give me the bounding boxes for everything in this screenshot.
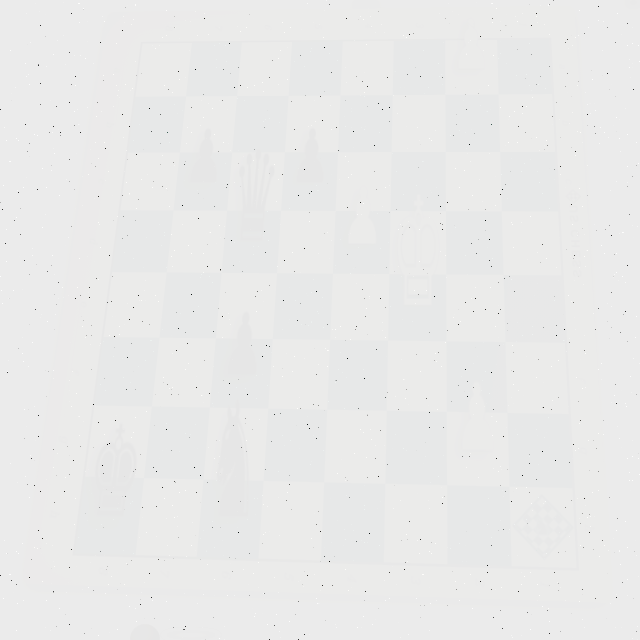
- square-h2: [447, 486, 512, 567]
- file-label-left-f: f: [69, 368, 82, 373]
- square-d5: [277, 211, 336, 274]
- playing-area-frame: ♞ ♟♛♟♟♞♚♟♚♟♟: [75, 39, 577, 568]
- rank-label-top-8: 8: [163, 25, 175, 31]
- rank-label-top-2: 2: [465, 22, 476, 28]
- square-b1: [499, 94, 556, 152]
- square-c5: [281, 152, 338, 211]
- square-d2: [446, 211, 504, 275]
- square-h3: [384, 484, 448, 564]
- square-c4: [336, 152, 392, 212]
- square-h5: [259, 481, 325, 560]
- us-chess-brand: US CHESS: [561, 191, 589, 279]
- square-c8: [120, 152, 180, 211]
- square-g3: [385, 410, 447, 485]
- square-h7: [136, 478, 204, 556]
- square-c7: [173, 152, 232, 211]
- file-label-left-a: a: [112, 67, 124, 72]
- square-d7: [167, 211, 227, 273]
- square-e5: [273, 273, 333, 339]
- square-b4: [338, 95, 393, 152]
- square-g5: [264, 408, 328, 483]
- rank-label-bottom-3: 3: [408, 575, 422, 585]
- rank-label-bottom-7: 7: [157, 567, 171, 576]
- square-b8: [128, 96, 186, 152]
- file-label-right-b: b: [560, 119, 572, 125]
- square-a8: [135, 43, 192, 97]
- square-b6: [232, 96, 288, 152]
- square-a6: [237, 42, 292, 96]
- square-d3: [389, 211, 446, 274]
- square-f3: [387, 340, 447, 411]
- file-label-right-g: g: [578, 446, 592, 455]
- file-label-right-a: a: [557, 63, 569, 69]
- file-label-right-h: h: [583, 523, 597, 532]
- square-d4: [333, 211, 391, 274]
- square-f5: [268, 339, 330, 409]
- rank-label-top-3: 3: [414, 22, 425, 28]
- rank-label-bottom-2: 2: [473, 577, 487, 587]
- square-a4: [340, 41, 393, 95]
- square-e4: [330, 274, 389, 341]
- square-d8: [112, 211, 173, 273]
- square-e6: [216, 273, 277, 339]
- square-f4: [327, 340, 388, 411]
- board-photo-scene: ♞ ♟♛♟♟♞♚♟♚♟♟ 8765432187654321abcdefghabc…: [0, 0, 640, 640]
- square-h8: [75, 477, 144, 555]
- square-b5: [285, 95, 341, 152]
- square-e8: [104, 272, 167, 337]
- square-h1: ♞: [509, 487, 576, 568]
- file-label-left-h: h: [48, 509, 62, 518]
- rank-label-top-5: 5: [312, 23, 323, 29]
- square-b3: [392, 95, 446, 152]
- square-c1: [500, 151, 558, 211]
- square-h4: [321, 483, 385, 563]
- rank-label-top-1: 1: [517, 21, 528, 27]
- square-a7: [186, 42, 242, 96]
- square-a5: [289, 41, 343, 95]
- square-a1: [497, 39, 552, 94]
- file-label-left-e: e: [79, 300, 92, 307]
- rank-label-bottom-8: 8: [96, 566, 111, 575]
- square-e1: [504, 275, 565, 343]
- square-g7: [144, 406, 210, 480]
- vinyl-chess-board: ♞ ♟♛♟♟♞♚♟♚♟♟ 8765432187654321abcdefghabc…: [22, 6, 612, 603]
- knight-logo-icon: ♞: [532, 515, 553, 539]
- square-b2: [445, 94, 500, 151]
- us-chess-brand-text: US CHESS: [567, 205, 584, 280]
- rank-label-bottom-6: 6: [219, 569, 233, 578]
- us-chess-diamond-icon: [565, 189, 581, 204]
- square-f6: [210, 338, 273, 408]
- file-label-right-c: c: [564, 178, 576, 184]
- square-a3: [393, 40, 446, 95]
- rank-label-bottom-4: 4: [345, 573, 359, 582]
- square-e3: [388, 274, 446, 341]
- square-f2: [447, 341, 508, 412]
- checkered-diamond-logo: ♞: [511, 494, 573, 561]
- file-label-left-c: c: [96, 178, 108, 184]
- square-h6: [197, 480, 264, 559]
- rank-label-top-4: 4: [363, 23, 374, 29]
- square-e2: [446, 275, 505, 342]
- rank-label-top-7: 7: [213, 25, 225, 31]
- square-g2: [447, 411, 510, 487]
- file-label-left-b: b: [104, 121, 116, 127]
- rank-label-top-6: 6: [262, 24, 273, 30]
- square-f7: [152, 337, 216, 407]
- file-label-right-f: f: [574, 375, 587, 380]
- square-a2: [445, 40, 498, 95]
- table-corner-speck: [626, 0, 640, 7]
- square-g6: [203, 407, 268, 481]
- us-chess-corner-logo: ♞: [509, 487, 576, 568]
- square-c6: [227, 152, 285, 211]
- file-label-left-g: g: [59, 436, 73, 444]
- file-label-left-d: d: [88, 237, 101, 244]
- square-d6: [222, 211, 281, 273]
- rank-label-bottom-1: 1: [538, 579, 552, 589]
- square-d1: [502, 212, 562, 276]
- square-f8: [95, 337, 160, 406]
- square-b7: [180, 96, 237, 152]
- square-g4: [324, 409, 387, 484]
- square-c3: [391, 152, 446, 212]
- square-c2: [446, 151, 502, 211]
- offboard-black-piece: [130, 624, 160, 640]
- rank-label-bottom-5: 5: [282, 571, 296, 580]
- square-g8: [85, 405, 152, 478]
- board-grid: ♞: [75, 39, 577, 568]
- square-e7: [160, 272, 222, 338]
- square-g1: [507, 412, 572, 488]
- square-f1: [505, 342, 568, 414]
- offboard-piece-shadow: [158, 628, 224, 640]
